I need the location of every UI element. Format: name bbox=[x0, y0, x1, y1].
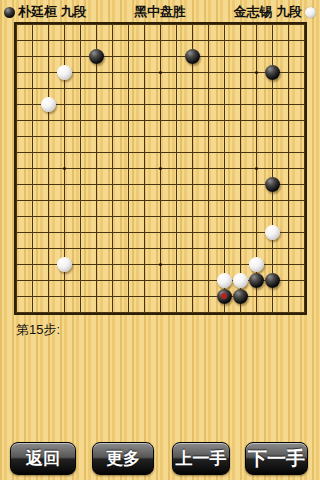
back-button[interactable]: 返回 bbox=[10, 442, 76, 475]
last-move-marker bbox=[221, 293, 227, 299]
more-button[interactable]: 更多 bbox=[92, 442, 154, 475]
hoshi-point bbox=[255, 167, 258, 170]
hoshi-point bbox=[255, 71, 258, 74]
hoshi-point bbox=[63, 167, 66, 170]
stone-white bbox=[217, 273, 232, 288]
next-move-button[interactable]: 下一手 bbox=[245, 442, 308, 475]
stone-black bbox=[233, 289, 248, 304]
go-board[interactable] bbox=[16, 24, 305, 313]
hoshi-point bbox=[159, 71, 162, 74]
game-info-bar: 朴廷桓 九段 黑中盘胜 金志锡 九段 bbox=[0, 0, 320, 24]
white-stone-icon bbox=[305, 7, 316, 18]
game-result-label: 黑中盘胜 bbox=[134, 0, 186, 24]
stone-black-last-move bbox=[217, 289, 232, 304]
stone-white bbox=[41, 97, 56, 112]
stone-black bbox=[265, 273, 280, 288]
white-player-group: 金志锡 九段 bbox=[233, 0, 316, 24]
stone-black bbox=[265, 177, 280, 192]
stone-black bbox=[265, 65, 280, 80]
hoshi-point bbox=[159, 263, 162, 266]
black-stone-icon bbox=[4, 7, 15, 18]
white-player-name: 金志锡 九段 bbox=[233, 0, 302, 24]
stone-white bbox=[57, 65, 72, 80]
hoshi-point bbox=[159, 167, 162, 170]
black-player-group: 朴廷桓 九段 bbox=[4, 0, 87, 24]
stone-black bbox=[89, 49, 104, 64]
previous-move-button[interactable]: 上一手 bbox=[172, 442, 230, 475]
stone-black bbox=[249, 273, 264, 288]
go-board-frame bbox=[14, 22, 307, 315]
stone-white bbox=[249, 257, 264, 272]
stone-white bbox=[265, 225, 280, 240]
stone-white bbox=[57, 257, 72, 272]
move-number-label: 第15步: bbox=[16, 321, 60, 339]
stone-black bbox=[185, 49, 200, 64]
stone-white bbox=[233, 273, 248, 288]
black-player-name: 朴廷桓 九段 bbox=[18, 0, 87, 24]
